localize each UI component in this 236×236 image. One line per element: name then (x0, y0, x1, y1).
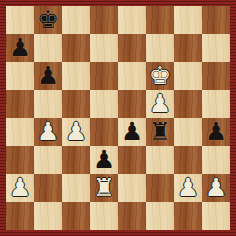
square-c8[interactable] (62, 6, 90, 34)
square-h1[interactable] (202, 202, 230, 230)
black-pawn-d3[interactable]: ♟ (93, 146, 115, 174)
square-g5[interactable] (174, 90, 202, 118)
white-rook-d2[interactable]: ♜ (93, 174, 115, 202)
white-pawn-c4[interactable]: ♟ (65, 118, 87, 146)
square-f2[interactable] (146, 174, 174, 202)
square-c4[interactable]: ♟ (62, 118, 90, 146)
square-e1[interactable] (118, 202, 146, 230)
white-pawn-b4[interactable]: ♟ (37, 118, 59, 146)
square-h5[interactable] (202, 90, 230, 118)
square-b7[interactable] (34, 34, 62, 62)
square-g7[interactable] (174, 34, 202, 62)
square-d2[interactable]: ♜ (90, 174, 118, 202)
square-g2[interactable]: ♟ (174, 174, 202, 202)
square-c7[interactable] (62, 34, 90, 62)
square-h3[interactable] (202, 146, 230, 174)
square-d8[interactable] (90, 6, 118, 34)
black-pawn-a7[interactable]: ♟ (9, 34, 31, 62)
black-pawn-h4[interactable]: ♟ (205, 118, 227, 146)
square-f4[interactable]: ♜ (146, 118, 174, 146)
square-e3[interactable] (118, 146, 146, 174)
square-g4[interactable] (174, 118, 202, 146)
white-pawn-h2[interactable]: ♟ (205, 174, 227, 202)
square-c5[interactable] (62, 90, 90, 118)
white-pawn-a2[interactable]: ♟ (9, 174, 31, 202)
square-d3[interactable]: ♟ (90, 146, 118, 174)
black-pawn-b6[interactable]: ♟ (37, 62, 59, 90)
white-king-f6[interactable]: ♚ (149, 62, 171, 90)
square-g8[interactable] (174, 6, 202, 34)
square-h6[interactable] (202, 62, 230, 90)
square-b8[interactable]: ♚ (34, 6, 62, 34)
square-b5[interactable] (34, 90, 62, 118)
square-f3[interactable] (146, 146, 174, 174)
square-c3[interactable] (62, 146, 90, 174)
square-e6[interactable] (118, 62, 146, 90)
square-b4[interactable]: ♟ (34, 118, 62, 146)
square-h8[interactable] (202, 6, 230, 34)
square-e2[interactable] (118, 174, 146, 202)
square-f1[interactable] (146, 202, 174, 230)
white-pawn-g2[interactable]: ♟ (177, 174, 199, 202)
square-h4[interactable]: ♟ (202, 118, 230, 146)
square-a1[interactable] (6, 202, 34, 230)
square-b2[interactable] (34, 174, 62, 202)
square-c2[interactable] (62, 174, 90, 202)
square-d5[interactable] (90, 90, 118, 118)
chess-board: ♚♟♟♚♟♟♟♟♜♟♟♟♜♟♟ (6, 6, 230, 230)
white-pawn-f5[interactable]: ♟ (149, 90, 171, 118)
square-b3[interactable] (34, 146, 62, 174)
square-b1[interactable] (34, 202, 62, 230)
square-d4[interactable] (90, 118, 118, 146)
square-e5[interactable] (118, 90, 146, 118)
square-f5[interactable]: ♟ (146, 90, 174, 118)
square-d1[interactable] (90, 202, 118, 230)
square-e8[interactable] (118, 6, 146, 34)
square-e7[interactable] (118, 34, 146, 62)
square-f6[interactable]: ♚ (146, 62, 174, 90)
square-a3[interactable] (6, 146, 34, 174)
square-a7[interactable]: ♟ (6, 34, 34, 62)
square-h2[interactable]: ♟ (202, 174, 230, 202)
square-a4[interactable] (6, 118, 34, 146)
square-c1[interactable] (62, 202, 90, 230)
square-d7[interactable] (90, 34, 118, 62)
black-pawn-e4[interactable]: ♟ (121, 118, 143, 146)
square-f7[interactable] (146, 34, 174, 62)
square-h7[interactable] (202, 34, 230, 62)
square-a2[interactable]: ♟ (6, 174, 34, 202)
square-d6[interactable] (90, 62, 118, 90)
square-c6[interactable] (62, 62, 90, 90)
square-g3[interactable] (174, 146, 202, 174)
square-a5[interactable] (6, 90, 34, 118)
square-a8[interactable] (6, 6, 34, 34)
square-f8[interactable] (146, 6, 174, 34)
square-a6[interactable] (6, 62, 34, 90)
black-rook-f4[interactable]: ♜ (149, 118, 171, 146)
square-e4[interactable]: ♟ (118, 118, 146, 146)
chess-board-frame: ♚♟♟♚♟♟♟♟♜♟♟♟♜♟♟ (0, 0, 236, 236)
square-g1[interactable] (174, 202, 202, 230)
square-b6[interactable]: ♟ (34, 62, 62, 90)
black-king-b8[interactable]: ♚ (37, 6, 59, 34)
square-g6[interactable] (174, 62, 202, 90)
